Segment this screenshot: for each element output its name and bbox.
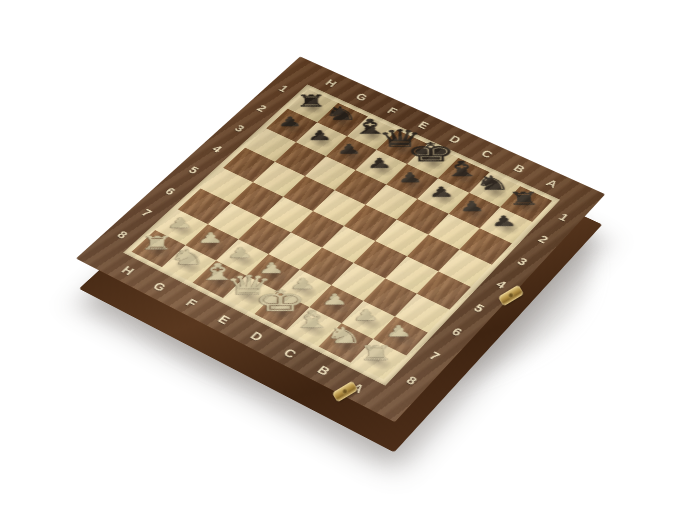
white-knight-icon: ♞ [324,325,363,347]
piece-shadow [286,278,322,302]
square-d6[interactable] [300,247,353,284]
square-c7[interactable]: ♟ [309,285,363,323]
piece-shadow [201,269,237,292]
white-king-icon: ♚ [253,286,307,315]
black-pawn-icon: ♟ [428,185,455,199]
black-pawn-icon: ♟ [459,199,486,213]
piece-shadow [140,239,175,262]
square-b5[interactable] [385,256,438,294]
piece-shadow [382,326,418,350]
piece-shadow [360,349,397,374]
black-rook-icon: ♜ [507,190,542,208]
square-f8[interactable]: ♝ [192,260,246,298]
piece-shadow [224,248,259,271]
square-d7[interactable]: ♟ [277,269,331,307]
black-pawn-icon: ♟ [397,170,424,184]
piece-shadow [327,332,363,357]
white-pawn-icon: ♟ [258,261,286,276]
square-b4[interactable] [407,235,460,272]
piece-shadow [263,301,299,325]
board-top-surface: HGFEDCBA HGFEDCBA 12345678 12345678 ♜♞♝♛… [76,57,605,423]
white-queen-icon: ♛ [224,272,275,299]
square-e6[interactable] [269,232,322,269]
white-bishop-icon: ♝ [196,260,239,283]
white-pawn-icon: ♟ [196,231,224,245]
chess-board: HGFEDCBA HGFEDCBA 12345678 12345678 ♜♞♝♛… [76,57,605,423]
square-c8[interactable]: ♝ [286,307,341,346]
square-c5[interactable] [353,241,406,278]
white-rook-icon: ♜ [139,234,175,252]
piece-shadow [232,285,268,309]
black-pawn-icon: ♟ [277,115,303,128]
piece-shadow [350,310,386,334]
piece-shadow [255,263,290,286]
black-pawn-icon: ♟ [367,156,393,170]
square-b6[interactable] [363,278,417,316]
square-g7[interactable]: ♟ [185,224,238,261]
piece-shadow [295,316,331,340]
white-pawn-icon: ♟ [227,246,255,261]
black-pawn-icon: ♟ [307,128,333,141]
square-a3[interactable] [460,228,513,265]
square-d5[interactable] [322,226,375,263]
white-pawn-icon: ♟ [289,276,317,291]
white-pawn-icon: ♟ [166,216,194,230]
piece-shadow [318,294,354,318]
square-b7[interactable]: ♟ [341,300,395,339]
square-g8[interactable]: ♞ [162,245,216,282]
white-rook-icon: ♜ [359,343,395,363]
white-pawn-icon: ♟ [385,324,413,340]
black-pawn-icon: ♟ [490,214,518,228]
white-pawn-icon: ♟ [352,308,380,323]
white-bishop-icon: ♝ [290,307,333,331]
square-e7[interactable]: ♟ [246,254,300,291]
black-pawn-icon: ♟ [337,142,363,155]
square-b8[interactable]: ♞ [318,323,373,363]
white-pawn-icon: ♟ [321,292,349,307]
chess-set-photo: HGFEDCBA HGFEDCBA 12345678 12345678 ♜♞♝♛… [0,0,677,507]
square-c6[interactable] [331,263,385,301]
